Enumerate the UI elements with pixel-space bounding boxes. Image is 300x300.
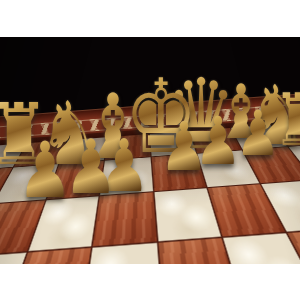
letterbox-top xyxy=(0,0,300,37)
chess-set-photo xyxy=(0,37,300,264)
square-e2[interactable] xyxy=(100,157,152,195)
photo-canvas: ♜♞♝♚♛♝♞♜♟♟♟♟♟♟ xyxy=(0,0,300,300)
square-e4[interactable] xyxy=(83,242,162,264)
scene-tilt xyxy=(0,37,300,264)
square-g4[interactable] xyxy=(0,252,27,264)
square-d2[interactable] xyxy=(151,154,206,192)
letterbox-bottom xyxy=(0,264,300,300)
square-e3[interactable] xyxy=(93,193,156,246)
